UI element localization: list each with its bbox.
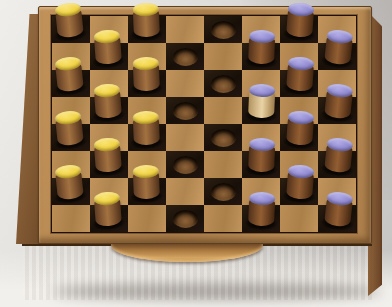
purple-peg[interactable] xyxy=(286,56,314,92)
yellow-peg[interactable] xyxy=(93,29,121,65)
yellow-peg[interactable] xyxy=(133,164,160,199)
square-r5c1[interactable] xyxy=(52,124,90,151)
empty-peg-hole[interactable] xyxy=(173,210,198,228)
square-r8c4[interactable] xyxy=(166,205,204,232)
purple-peg[interactable] xyxy=(286,110,314,146)
square-r4c4[interactable] xyxy=(166,97,204,124)
yellow-peg[interactable] xyxy=(133,2,160,37)
purple-peg[interactable] xyxy=(248,29,275,64)
square-r1c4 xyxy=(166,16,204,43)
square-r6c4[interactable] xyxy=(166,151,204,178)
square-r2c4[interactable] xyxy=(166,43,204,70)
square-r8c2[interactable] xyxy=(90,205,128,232)
purple-peg[interactable] xyxy=(286,2,314,38)
board-frame xyxy=(38,6,372,244)
empty-peg-hole[interactable] xyxy=(173,48,198,66)
square-r3c4 xyxy=(166,70,204,97)
square-r7c7[interactable] xyxy=(280,178,318,205)
yellow-peg[interactable] xyxy=(93,191,121,227)
empty-peg-hole[interactable] xyxy=(173,102,198,120)
purple-peg[interactable] xyxy=(324,137,353,174)
square-r5c4 xyxy=(166,124,204,151)
empty-peg-hole[interactable] xyxy=(211,21,236,39)
square-r3c5[interactable] xyxy=(204,70,242,97)
square-r6c8[interactable] xyxy=(318,151,356,178)
yellow-peg[interactable] xyxy=(55,2,84,39)
finger-notch[interactable] xyxy=(111,244,263,262)
square-r7c1[interactable] xyxy=(52,178,90,205)
yellow-peg[interactable] xyxy=(133,110,160,145)
purple-peg[interactable] xyxy=(324,83,353,120)
square-r2c8[interactable] xyxy=(318,43,356,70)
square-r5c7[interactable] xyxy=(280,124,318,151)
empty-peg-hole[interactable] xyxy=(173,156,198,174)
yellow-peg[interactable] xyxy=(55,56,84,93)
square-r4c6[interactable] xyxy=(242,97,280,124)
square-r6c5 xyxy=(204,151,242,178)
square-r4c5 xyxy=(204,97,242,124)
square-r1c3[interactable] xyxy=(128,16,166,43)
square-r8c1 xyxy=(52,205,90,232)
square-r8c8[interactable] xyxy=(318,205,356,232)
square-r8c5 xyxy=(204,205,242,232)
square-r8c6[interactable] xyxy=(242,205,280,232)
square-r6c2[interactable] xyxy=(90,151,128,178)
yellow-peg[interactable] xyxy=(55,164,84,201)
yellow-peg[interactable] xyxy=(93,137,121,173)
purple-peg[interactable] xyxy=(248,191,275,226)
empty-peg-hole[interactable] xyxy=(211,129,236,147)
checkers-board[interactable] xyxy=(51,15,357,233)
square-r1c5[interactable] xyxy=(204,16,242,43)
photo-stage xyxy=(0,0,392,307)
square-r8c3 xyxy=(128,205,166,232)
purple-peg[interactable] xyxy=(286,164,314,200)
square-r2c2[interactable] xyxy=(90,43,128,70)
square-r6c6[interactable] xyxy=(242,151,280,178)
yellow-peg[interactable] xyxy=(93,83,121,119)
square-r7c3[interactable] xyxy=(128,178,166,205)
travel-game-box xyxy=(14,4,382,300)
empty-peg-hole[interactable] xyxy=(211,75,236,93)
square-r4c2[interactable] xyxy=(90,97,128,124)
square-r7c4 xyxy=(166,178,204,205)
square-r1c1[interactable] xyxy=(52,16,90,43)
purple-peg[interactable] xyxy=(324,191,353,228)
square-r3c3[interactable] xyxy=(128,70,166,97)
yellow-peg[interactable] xyxy=(55,110,84,147)
square-r8c7 xyxy=(280,205,318,232)
square-r1c7[interactable] xyxy=(280,16,318,43)
empty-peg-hole[interactable] xyxy=(211,183,236,201)
square-r4c8[interactable] xyxy=(318,97,356,124)
square-r5c5[interactable] xyxy=(204,124,242,151)
square-r2c5 xyxy=(204,43,242,70)
square-r5c3[interactable] xyxy=(128,124,166,151)
square-r7c5[interactable] xyxy=(204,178,242,205)
square-r3c7[interactable] xyxy=(280,70,318,97)
box-front-panel xyxy=(22,244,372,300)
purple-peg[interactable] xyxy=(324,29,353,66)
purple-peg[interactable] xyxy=(248,83,275,118)
yellow-peg[interactable] xyxy=(133,56,160,91)
square-r3c1[interactable] xyxy=(52,70,90,97)
square-r2c6[interactable] xyxy=(242,43,280,70)
purple-peg[interactable] xyxy=(248,137,275,172)
